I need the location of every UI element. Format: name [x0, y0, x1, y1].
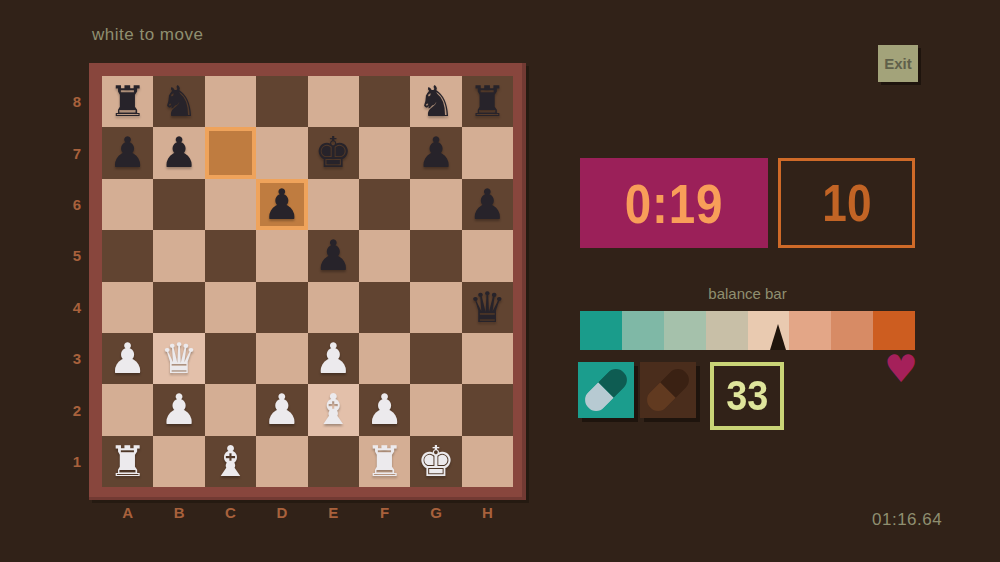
square-g1[interactable]: ♚	[410, 436, 461, 487]
rank-label-2: 2	[68, 384, 86, 435]
file-label-g: G	[410, 502, 461, 522]
square-d3[interactable]	[256, 333, 307, 384]
piece-white-pawn: ♟	[160, 384, 198, 435]
square-e7[interactable]: ♚	[308, 127, 359, 178]
square-c6[interactable]	[205, 179, 256, 230]
piece-white-rook: ♜	[109, 436, 147, 487]
square-a6[interactable]	[102, 179, 153, 230]
square-b8[interactable]: ♞	[153, 76, 204, 127]
total-time-text: 01:16.64	[872, 510, 942, 530]
rank-label-1: 1	[68, 436, 86, 487]
square-e1[interactable]	[308, 436, 359, 487]
square-d2[interactable]: ♟	[256, 384, 307, 435]
piece-white-pawn: ♟	[109, 333, 147, 384]
balance-bar	[580, 311, 915, 350]
balance-segment-8	[873, 311, 915, 350]
square-a5[interactable]	[102, 230, 153, 281]
balance-segment-1	[580, 311, 622, 350]
piece-white-pawn: ♟	[263, 384, 301, 435]
balance-segment-6	[789, 311, 831, 350]
piece-black-queen: ♛	[469, 282, 507, 333]
square-f5[interactable]	[359, 230, 410, 281]
rank-label-6: 6	[68, 179, 86, 230]
piece-black-rook: ♜	[469, 76, 507, 127]
square-g3[interactable]	[410, 333, 461, 384]
square-a3[interactable]: ♟	[102, 333, 153, 384]
exit-button-label: Exit	[884, 55, 912, 72]
score-box: 10	[778, 158, 915, 248]
piece-white-rook: ♜	[366, 436, 404, 487]
square-b2[interactable]: ♟	[153, 384, 204, 435]
square-h8[interactable]: ♜	[462, 76, 513, 127]
square-d7[interactable]	[256, 127, 307, 178]
pill-icon	[581, 365, 632, 416]
square-h5[interactable]	[462, 230, 513, 281]
move-clock: 0:19	[580, 158, 768, 248]
piece-black-knight: ♞	[160, 76, 198, 127]
square-d4[interactable]	[256, 282, 307, 333]
piece-black-pawn: ♟	[109, 127, 147, 178]
balance-bar-segments	[580, 311, 915, 350]
pill-icon	[643, 365, 694, 416]
rank-label-7: 7	[68, 127, 86, 178]
balance-bar-label: balance bar	[580, 285, 915, 302]
square-d6[interactable]: ♟	[256, 179, 307, 230]
square-g7[interactable]: ♟	[410, 127, 461, 178]
square-c8[interactable]	[205, 76, 256, 127]
piece-white-queen: ♛	[160, 333, 198, 384]
piece-white-pawn: ♟	[366, 384, 404, 435]
square-e2[interactable]: ♝	[308, 384, 359, 435]
square-f6[interactable]	[359, 179, 410, 230]
square-d5[interactable]	[256, 230, 307, 281]
balance-segment-3	[664, 311, 706, 350]
exit-button[interactable]: Exit	[878, 45, 918, 82]
balance-segment-4	[706, 311, 748, 350]
square-e6[interactable]	[308, 179, 359, 230]
file-label-c: C	[205, 502, 256, 522]
piece-black-knight: ♞	[417, 76, 455, 127]
square-c4[interactable]	[205, 282, 256, 333]
file-label-f: F	[359, 502, 410, 522]
square-f3[interactable]	[359, 333, 410, 384]
square-h7[interactable]	[462, 127, 513, 178]
square-g6[interactable]	[410, 179, 461, 230]
piece-black-pawn: ♟	[263, 179, 301, 230]
rank-label-8: 8	[68, 76, 86, 127]
piece-white-king: ♚	[417, 436, 455, 487]
square-a8[interactable]: ♜	[102, 76, 153, 127]
square-e5[interactable]: ♟	[308, 230, 359, 281]
square-b6[interactable]	[153, 179, 204, 230]
square-g4[interactable]	[410, 282, 461, 333]
pill-button-active[interactable]	[578, 362, 634, 418]
square-f2[interactable]: ♟	[359, 384, 410, 435]
piece-white-bishop: ♝	[212, 436, 250, 487]
heart-icon: ♥	[884, 350, 918, 388]
file-label-e: E	[308, 502, 359, 522]
square-h1[interactable]	[462, 436, 513, 487]
piece-white-bishop: ♝	[314, 384, 352, 435]
square-f7[interactable]	[359, 127, 410, 178]
move-clock-value: 0:19	[625, 171, 724, 236]
piece-black-pawn: ♟	[417, 127, 455, 178]
piece-white-pawn: ♟	[314, 333, 352, 384]
balance-segment-2	[622, 311, 664, 350]
pill-counter-box: 33	[710, 362, 784, 430]
square-c3[interactable]	[205, 333, 256, 384]
score-value: 10	[822, 173, 871, 233]
square-g8[interactable]: ♞	[410, 76, 461, 127]
file-label-b: B	[153, 502, 204, 522]
square-b7[interactable]: ♟	[153, 127, 204, 178]
square-h4[interactable]: ♛	[462, 282, 513, 333]
square-a1[interactable]: ♜	[102, 436, 153, 487]
square-d1[interactable]	[256, 436, 307, 487]
pill-counter-value: 33	[726, 372, 768, 420]
square-a4[interactable]	[102, 282, 153, 333]
piece-black-king: ♚	[314, 127, 352, 178]
square-d8[interactable]	[256, 76, 307, 127]
pill-button-spent[interactable]	[640, 362, 696, 418]
square-b5[interactable]	[153, 230, 204, 281]
piece-black-pawn: ♟	[314, 230, 352, 281]
piece-black-pawn: ♟	[469, 179, 507, 230]
turn-status-text: white to move	[92, 25, 203, 45]
square-b3[interactable]: ♛	[153, 333, 204, 384]
square-c2[interactable]	[205, 384, 256, 435]
square-c7[interactable]	[205, 127, 256, 178]
square-g2[interactable]	[410, 384, 461, 435]
square-e4[interactable]	[308, 282, 359, 333]
square-b4[interactable]	[153, 282, 204, 333]
square-h3[interactable]	[462, 333, 513, 384]
rank-label-5: 5	[68, 230, 86, 281]
square-e8[interactable]	[308, 76, 359, 127]
rank-label-4: 4	[68, 282, 86, 333]
square-f1[interactable]: ♜	[359, 436, 410, 487]
square-c1[interactable]: ♝	[205, 436, 256, 487]
square-h2[interactable]	[462, 384, 513, 435]
piece-black-rook: ♜	[109, 76, 147, 127]
rank-label-3: 3	[68, 333, 86, 384]
square-a2[interactable]	[102, 384, 153, 435]
balance-pointer-icon	[770, 324, 786, 350]
square-f4[interactable]	[359, 282, 410, 333]
piece-black-pawn: ♟	[160, 127, 198, 178]
chess-board-frame: ♜♞♞♜♟♟♚♟♟♟♟♛♟♛♟♟♟♝♟♜♝♜♚	[89, 63, 526, 500]
square-g5[interactable]	[410, 230, 461, 281]
file-label-a: A	[102, 502, 153, 522]
square-f8[interactable]	[359, 76, 410, 127]
chess-board[interactable]: ♜♞♞♜♟♟♚♟♟♟♟♛♟♛♟♟♟♝♟♜♝♜♚	[102, 76, 513, 487]
square-c5[interactable]	[205, 230, 256, 281]
square-a7[interactable]: ♟	[102, 127, 153, 178]
square-b1[interactable]	[153, 436, 204, 487]
balance-segment-7	[831, 311, 873, 350]
square-h6[interactable]: ♟	[462, 179, 513, 230]
file-label-d: D	[256, 502, 307, 522]
square-e3[interactable]: ♟	[308, 333, 359, 384]
file-label-h: H	[462, 502, 513, 522]
